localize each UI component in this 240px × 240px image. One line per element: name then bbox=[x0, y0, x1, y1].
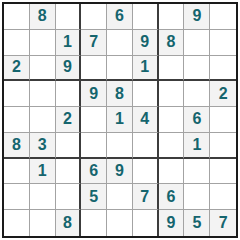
cell-r8c9[interactable] bbox=[210, 184, 236, 210]
cell-r7c4[interactable]: 6 bbox=[81, 159, 107, 185]
cell-r4c8[interactable] bbox=[184, 81, 210, 107]
cell-r9c7[interactable]: 9 bbox=[159, 210, 185, 236]
cell-r8c2[interactable] bbox=[30, 184, 56, 210]
cell-r8c3[interactable] bbox=[56, 184, 82, 210]
cell-r4c2[interactable] bbox=[30, 81, 56, 107]
cell-r2c8[interactable] bbox=[184, 30, 210, 56]
cell-r2c1[interactable] bbox=[4, 30, 30, 56]
cell-r8c8[interactable] bbox=[184, 184, 210, 210]
cell-r3c3[interactable]: 9 bbox=[56, 56, 82, 82]
cell-r9c9[interactable]: 7 bbox=[210, 210, 236, 236]
cell-r8c1[interactable] bbox=[4, 184, 30, 210]
cell-r3c6[interactable]: 1 bbox=[133, 56, 159, 82]
cell-r2c4[interactable]: 7 bbox=[81, 30, 107, 56]
cell-r4c6[interactable] bbox=[133, 81, 159, 107]
cell-r4c9[interactable]: 2 bbox=[210, 81, 236, 107]
sudoku-board-wrap: 869179829198221468311695768957 bbox=[0, 0, 240, 240]
cell-r9c8[interactable]: 5 bbox=[184, 210, 210, 236]
cell-r6c9[interactable] bbox=[210, 133, 236, 159]
cell-r4c5[interactable]: 8 bbox=[107, 81, 133, 107]
cell-r7c2[interactable]: 1 bbox=[30, 159, 56, 185]
sudoku-board: 869179829198221468311695768957 bbox=[2, 2, 238, 238]
cell-r6c2[interactable]: 3 bbox=[30, 133, 56, 159]
cell-r2c7[interactable]: 8 bbox=[159, 30, 185, 56]
cell-r5c1[interactable] bbox=[4, 107, 30, 133]
cell-r5c4[interactable] bbox=[81, 107, 107, 133]
cell-r2c2[interactable] bbox=[30, 30, 56, 56]
cell-r1c2[interactable]: 8 bbox=[30, 4, 56, 30]
cell-r7c8[interactable] bbox=[184, 159, 210, 185]
cell-r8c5[interactable] bbox=[107, 184, 133, 210]
cell-r3c5[interactable] bbox=[107, 56, 133, 82]
cell-r3c1[interactable]: 2 bbox=[4, 56, 30, 82]
cell-r7c9[interactable] bbox=[210, 159, 236, 185]
cell-r5c2[interactable] bbox=[30, 107, 56, 133]
cell-r6c8[interactable]: 1 bbox=[184, 133, 210, 159]
cell-r4c3[interactable] bbox=[56, 81, 82, 107]
cell-r1c7[interactable] bbox=[159, 4, 185, 30]
cell-r2c5[interactable] bbox=[107, 30, 133, 56]
cell-r8c4[interactable]: 5 bbox=[81, 184, 107, 210]
cell-r2c6[interactable]: 9 bbox=[133, 30, 159, 56]
cell-r6c7[interactable] bbox=[159, 133, 185, 159]
cell-r9c5[interactable] bbox=[107, 210, 133, 236]
cell-r8c7[interactable]: 6 bbox=[159, 184, 185, 210]
cell-r6c1[interactable]: 8 bbox=[4, 133, 30, 159]
cell-r1c6[interactable] bbox=[133, 4, 159, 30]
cell-r1c3[interactable] bbox=[56, 4, 82, 30]
cell-r3c8[interactable] bbox=[184, 56, 210, 82]
cell-r7c3[interactable] bbox=[56, 159, 82, 185]
cell-r1c4[interactable] bbox=[81, 4, 107, 30]
cell-r3c4[interactable] bbox=[81, 56, 107, 82]
cell-r4c1[interactable] bbox=[4, 81, 30, 107]
cell-r5c8[interactable]: 6 bbox=[184, 107, 210, 133]
cell-r7c7[interactable] bbox=[159, 159, 185, 185]
cell-r1c5[interactable]: 6 bbox=[107, 4, 133, 30]
cell-r7c1[interactable] bbox=[4, 159, 30, 185]
cell-r6c3[interactable] bbox=[56, 133, 82, 159]
cell-r1c8[interactable]: 9 bbox=[184, 4, 210, 30]
cell-r1c1[interactable] bbox=[4, 4, 30, 30]
cell-r5c9[interactable] bbox=[210, 107, 236, 133]
cell-r5c6[interactable]: 4 bbox=[133, 107, 159, 133]
cell-r9c2[interactable] bbox=[30, 210, 56, 236]
cell-r2c3[interactable]: 1 bbox=[56, 30, 82, 56]
cell-r6c6[interactable] bbox=[133, 133, 159, 159]
cell-r9c4[interactable] bbox=[81, 210, 107, 236]
cell-r7c5[interactable]: 9 bbox=[107, 159, 133, 185]
cell-r4c7[interactable] bbox=[159, 81, 185, 107]
cell-r9c1[interactable] bbox=[4, 210, 30, 236]
cell-r2c9[interactable] bbox=[210, 30, 236, 56]
cell-r6c4[interactable] bbox=[81, 133, 107, 159]
cell-r5c5[interactable]: 1 bbox=[107, 107, 133, 133]
cell-r3c2[interactable] bbox=[30, 56, 56, 82]
cell-r4c4[interactable]: 9 bbox=[81, 81, 107, 107]
cell-r1c9[interactable] bbox=[210, 4, 236, 30]
cell-r9c6[interactable] bbox=[133, 210, 159, 236]
cell-r9c3[interactable]: 8 bbox=[56, 210, 82, 236]
cell-r8c6[interactable]: 7 bbox=[133, 184, 159, 210]
cell-r3c7[interactable] bbox=[159, 56, 185, 82]
cell-r3c9[interactable] bbox=[210, 56, 236, 82]
cell-r6c5[interactable] bbox=[107, 133, 133, 159]
cell-r7c6[interactable] bbox=[133, 159, 159, 185]
cell-r5c7[interactable] bbox=[159, 107, 185, 133]
cell-r5c3[interactable]: 2 bbox=[56, 107, 82, 133]
